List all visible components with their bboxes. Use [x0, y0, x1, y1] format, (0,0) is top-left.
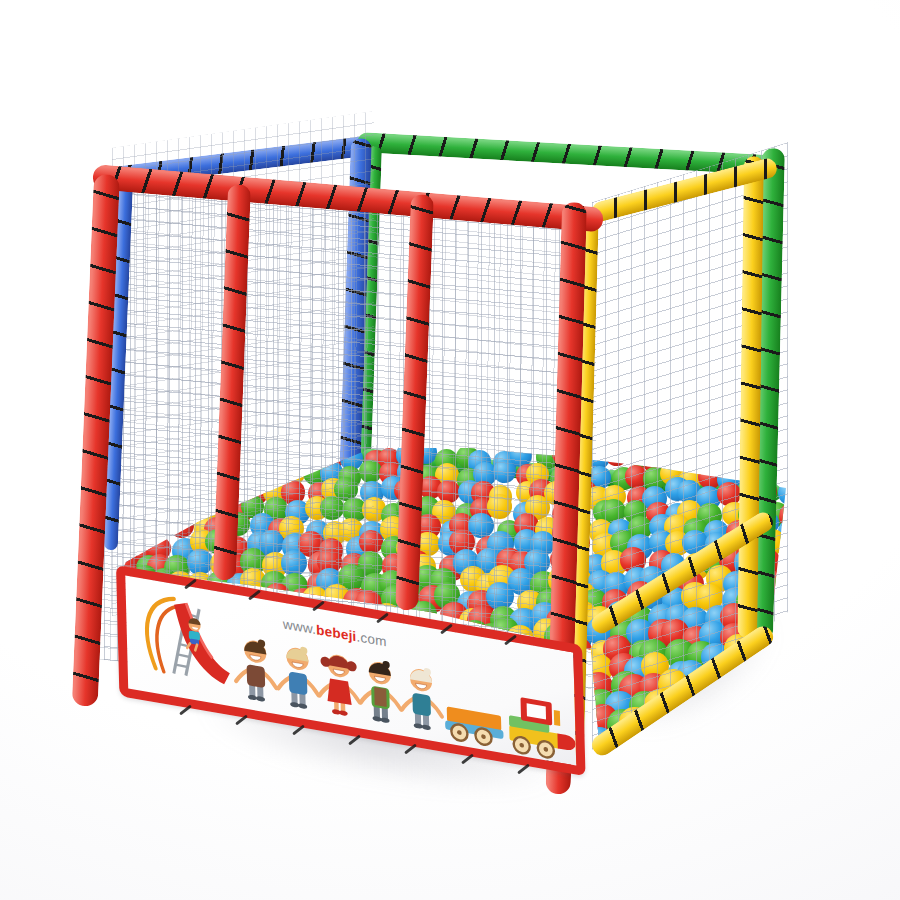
ball [757, 722, 788, 753]
ball [702, 745, 733, 776]
kid [401, 664, 443, 733]
ball [779, 740, 812, 773]
ball [724, 724, 756, 756]
slide-illustration [146, 594, 230, 685]
kid [277, 642, 319, 711]
ball [776, 722, 806, 752]
train-illustration [444, 684, 576, 762]
ball [760, 746, 793, 779]
ball [762, 690, 792, 720]
kid [235, 635, 277, 704]
ball [756, 706, 787, 737]
ball [735, 741, 766, 772]
ball [717, 748, 749, 780]
ball [775, 710, 805, 740]
kid [359, 657, 401, 726]
brand-url: www.bebeji.com [282, 617, 387, 650]
ball-pit-product: www.bebeji.com [0, 0, 900, 900]
kid [318, 652, 360, 719]
ball [772, 695, 803, 726]
kids-illustration [235, 635, 443, 732]
svg-text:www.bebeji.com: www.bebeji.com [282, 617, 387, 650]
ball [734, 724, 765, 755]
ball [738, 711, 770, 743]
